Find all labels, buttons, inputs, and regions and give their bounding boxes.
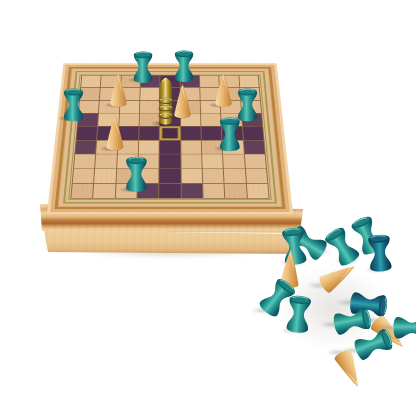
- cell-e5: [160, 127, 180, 140]
- cell-f5: [181, 127, 201, 140]
- piece-attacker-a6: [61, 86, 86, 123]
- cell-f1: [181, 183, 202, 197]
- cell-e2: [160, 169, 181, 183]
- cell-a5: [77, 127, 98, 140]
- cell-e3: [160, 154, 180, 168]
- cell-h3: [223, 154, 244, 168]
- cell-b1: [93, 183, 115, 197]
- cell-d5: [139, 127, 159, 140]
- cell-g2: [203, 169, 224, 183]
- cell-f3: [181, 154, 202, 168]
- cell-h2: [224, 169, 245, 183]
- piece-attacker-d9: [131, 49, 155, 85]
- cell-e1: [159, 183, 180, 197]
- cell-h1: [225, 183, 247, 197]
- cell-a2: [73, 169, 95, 183]
- piece-defender-h7: [212, 70, 235, 108]
- cell-g3: [202, 154, 223, 168]
- cell-f4: [181, 140, 201, 153]
- cell-a4: [75, 140, 96, 153]
- cell-i5: [243, 127, 264, 140]
- cell-e4: [160, 140, 180, 153]
- cell-g1: [203, 183, 224, 197]
- cell-i4: [244, 140, 265, 153]
- piece-defender-c4: [103, 112, 127, 152]
- product-photo-tablut-game: [0, 0, 416, 416]
- loose-piece-9-attacker: [283, 292, 315, 336]
- piece-king-e5: [154, 75, 178, 128]
- piece-defender-c7: [107, 70, 130, 108]
- loose-piece-4-attacker: [364, 231, 395, 274]
- cell-b2: [94, 169, 115, 183]
- piece-attacker-d1: [123, 154, 150, 194]
- cell-d4: [139, 140, 159, 153]
- piece-attacker-h4: [217, 115, 243, 153]
- cell-a3: [74, 154, 95, 168]
- cell-b3: [95, 154, 116, 168]
- loose-piece-15-attacker: [391, 314, 416, 342]
- cell-i1: [247, 183, 269, 197]
- cell-f2: [181, 169, 202, 183]
- cell-a1: [71, 183, 93, 197]
- cell-i2: [246, 169, 268, 183]
- cell-i3: [245, 154, 266, 168]
